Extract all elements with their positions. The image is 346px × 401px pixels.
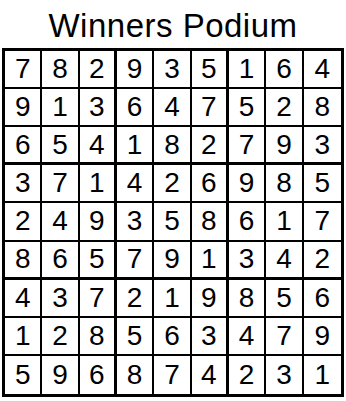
- sudoku-cell-r1c9: 4: [304, 51, 341, 89]
- sudoku-cell-r6c6: 1: [192, 242, 229, 280]
- sudoku-cell-r3c6: 2: [192, 127, 229, 165]
- sudoku-cell-r6c7: 3: [229, 242, 266, 280]
- sudoku-cell-r4c2: 7: [42, 165, 79, 203]
- sudoku-cell-r9c9: 1: [304, 356, 341, 394]
- sudoku-cell-r8c6: 3: [192, 318, 229, 356]
- sudoku-cell-r2c6: 7: [192, 89, 229, 127]
- sudoku-cell-r8c3: 8: [80, 318, 117, 356]
- sudoku-cell-r7c3: 7: [80, 280, 117, 318]
- sudoku-cell-r9c5: 7: [154, 356, 191, 394]
- sudoku-cell-r5c3: 9: [80, 203, 117, 241]
- sudoku-cell-r8c8: 7: [266, 318, 303, 356]
- sudoku-cell-r5c5: 5: [154, 203, 191, 241]
- sudoku-cell-r8c4: 5: [117, 318, 154, 356]
- sudoku-cell-r4c4: 4: [117, 165, 154, 203]
- sudoku-cell-r1c8: 6: [266, 51, 303, 89]
- sudoku-cell-r3c9: 3: [304, 127, 341, 165]
- sudoku-cell-r3c4: 1: [117, 127, 154, 165]
- sudoku-cell-r9c7: 2: [229, 356, 266, 394]
- sudoku-cell-r5c9: 7: [304, 203, 341, 241]
- sudoku-cell-r5c7: 6: [229, 203, 266, 241]
- sudoku-cell-r7c7: 8: [229, 280, 266, 318]
- sudoku-cell-r9c3: 6: [80, 356, 117, 394]
- sudoku-cell-r1c5: 3: [154, 51, 191, 89]
- sudoku-cell-r2c1: 9: [5, 89, 42, 127]
- sudoku-cell-r5c6: 8: [192, 203, 229, 241]
- sudoku-cell-r1c1: 7: [5, 51, 42, 89]
- sudoku-cell-r9c4: 8: [117, 356, 154, 394]
- sudoku-cell-r7c1: 4: [5, 280, 42, 318]
- sudoku-cell-r7c6: 9: [192, 280, 229, 318]
- sudoku-cell-r2c5: 4: [154, 89, 191, 127]
- sudoku-cell-r6c8: 4: [266, 242, 303, 280]
- sudoku-cell-r2c4: 6: [117, 89, 154, 127]
- sudoku-cell-r4c7: 9: [229, 165, 266, 203]
- sudoku-cell-r4c1: 3: [5, 165, 42, 203]
- sudoku-cell-r6c1: 8: [5, 242, 42, 280]
- sudoku-cell-r5c8: 1: [266, 203, 303, 241]
- sudoku-cell-r5c4: 3: [117, 203, 154, 241]
- sudoku-cell-r4c3: 1: [80, 165, 117, 203]
- sudoku-cell-r7c2: 3: [42, 280, 79, 318]
- sudoku-cell-r8c5: 6: [154, 318, 191, 356]
- sudoku-cell-r4c5: 2: [154, 165, 191, 203]
- sudoku-cell-r8c9: 9: [304, 318, 341, 356]
- sudoku-cell-r6c9: 2: [304, 242, 341, 280]
- sudoku-cell-r4c6: 6: [192, 165, 229, 203]
- sudoku-cell-r9c2: 9: [42, 356, 79, 394]
- sudoku-cell-r1c3: 2: [80, 51, 117, 89]
- sudoku-cell-r2c9: 8: [304, 89, 341, 127]
- sudoku-cell-r8c7: 4: [229, 318, 266, 356]
- sudoku-cell-r3c1: 6: [5, 127, 42, 165]
- sudoku-cell-r2c7: 5: [229, 89, 266, 127]
- sudoku-cell-r9c6: 4: [192, 356, 229, 394]
- sudoku-cell-r3c2: 5: [42, 127, 79, 165]
- sudoku-cell-r4c9: 5: [304, 165, 341, 203]
- sudoku-cell-r9c8: 3: [266, 356, 303, 394]
- sudoku-cell-r1c7: 1: [229, 51, 266, 89]
- sudoku-cell-r3c7: 7: [229, 127, 266, 165]
- sudoku-cell-r5c1: 2: [5, 203, 42, 241]
- sudoku-cell-r1c6: 5: [192, 51, 229, 89]
- sudoku-cell-r7c5: 1: [154, 280, 191, 318]
- sudoku-cell-r6c4: 7: [117, 242, 154, 280]
- sudoku-cell-r9c1: 5: [5, 356, 42, 394]
- sudoku-cell-r2c8: 2: [266, 89, 303, 127]
- sudoku-cell-r3c5: 8: [154, 127, 191, 165]
- sudoku-cell-r7c9: 6: [304, 280, 341, 318]
- sudoku-cell-r8c1: 1: [5, 318, 42, 356]
- sudoku-cell-r7c8: 5: [266, 280, 303, 318]
- sudoku-cell-r3c8: 9: [266, 127, 303, 165]
- sudoku-page: Winners Podium 7829351649136475286541827…: [0, 0, 346, 401]
- sudoku-cell-r1c4: 9: [117, 51, 154, 89]
- sudoku-cell-r4c8: 8: [266, 165, 303, 203]
- sudoku-cell-r5c2: 4: [42, 203, 79, 241]
- sudoku-cell-r6c3: 5: [80, 242, 117, 280]
- sudoku-cell-r2c3: 3: [80, 89, 117, 127]
- sudoku-cell-r6c2: 6: [42, 242, 79, 280]
- puzzle-title: Winners Podium: [0, 0, 346, 48]
- sudoku-cell-r8c2: 2: [42, 318, 79, 356]
- sudoku-cell-r3c3: 4: [80, 127, 117, 165]
- sudoku-cell-r1c2: 8: [42, 51, 79, 89]
- sudoku-cell-r6c5: 9: [154, 242, 191, 280]
- sudoku-cell-r7c4: 2: [117, 280, 154, 318]
- sudoku-cell-r2c2: 1: [42, 89, 79, 127]
- sudoku-board: 7829351649136475286541827933714269852493…: [2, 48, 344, 397]
